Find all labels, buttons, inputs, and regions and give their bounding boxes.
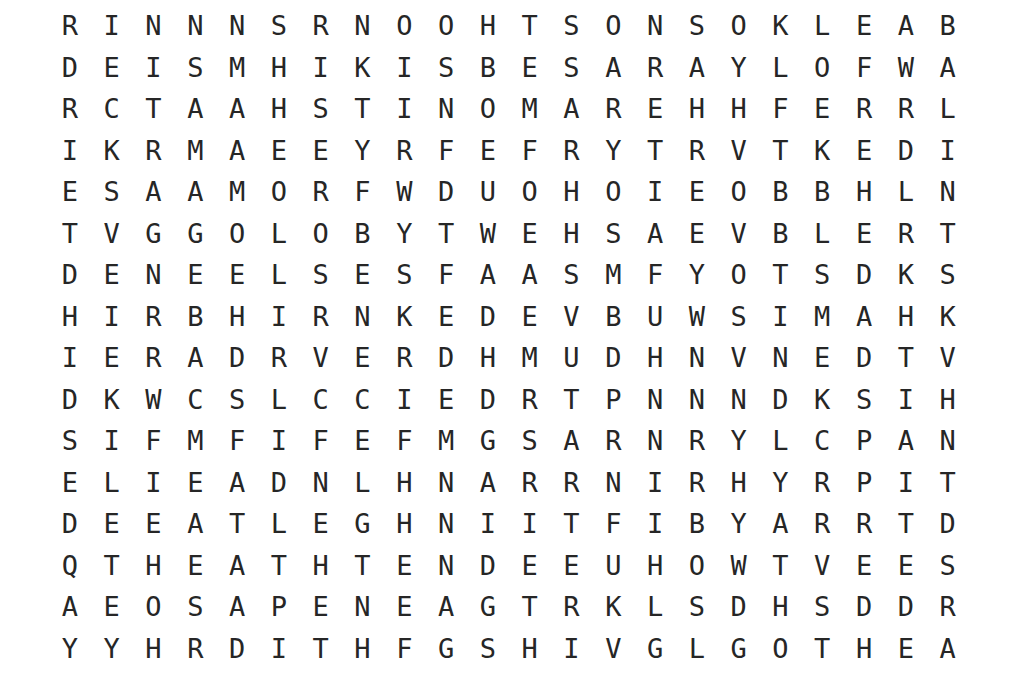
- grid-cell-r8c12[interactable]: E: [509, 296, 551, 338]
- grid-cell-r1c4[interactable]: N: [174, 5, 216, 47]
- grid-cell-r15c20[interactable]: D: [843, 586, 885, 628]
- grid-cell-r3c22[interactable]: L: [927, 88, 969, 130]
- grid-cell-r13c18[interactable]: A: [760, 503, 802, 545]
- grid-cell-r2c1[interactable]: D: [49, 47, 91, 89]
- grid-cell-r7c11[interactable]: A: [467, 254, 509, 296]
- grid-cell-r8c13[interactable]: V: [551, 296, 593, 338]
- grid-cell-r7c22[interactable]: S: [927, 254, 969, 296]
- grid-cell-r6c10[interactable]: T: [425, 213, 467, 255]
- grid-cell-r9c22[interactable]: V: [927, 337, 969, 379]
- grid-cell-r2c10[interactable]: S: [425, 47, 467, 89]
- grid-cell-r8c3[interactable]: R: [133, 296, 175, 338]
- grid-cell-r11c13[interactable]: A: [551, 420, 593, 462]
- grid-cell-r16c3[interactable]: H: [133, 628, 175, 670]
- grid-cell-r9c11[interactable]: H: [467, 337, 509, 379]
- grid-cell-r8c5[interactable]: H: [216, 296, 258, 338]
- grid-cell-r7c19[interactable]: S: [801, 254, 843, 296]
- grid-cell-r5c19[interactable]: B: [801, 171, 843, 213]
- grid-cell-r6c21[interactable]: R: [885, 213, 927, 255]
- grid-cell-r12c10[interactable]: N: [425, 462, 467, 504]
- grid-cell-r16c11[interactable]: S: [467, 628, 509, 670]
- grid-cell-r15c2[interactable]: E: [91, 586, 133, 628]
- grid-cell-r7c3[interactable]: N: [133, 254, 175, 296]
- grid-cell-r2c12[interactable]: E: [509, 47, 551, 89]
- grid-cell-r2c15[interactable]: R: [634, 47, 676, 89]
- grid-cell-r9c7[interactable]: V: [300, 337, 342, 379]
- grid-cell-r3c18[interactable]: F: [760, 88, 802, 130]
- grid-cell-r5c20[interactable]: H: [843, 171, 885, 213]
- grid-cell-r3c19[interactable]: E: [801, 88, 843, 130]
- grid-cell-r9c10[interactable]: D: [425, 337, 467, 379]
- grid-cell-r12c15[interactable]: I: [634, 462, 676, 504]
- grid-cell-r4c2[interactable]: K: [91, 130, 133, 172]
- grid-cell-r12c13[interactable]: R: [551, 462, 593, 504]
- grid-cell-r14c10[interactable]: N: [425, 545, 467, 587]
- grid-cell-r5c8[interactable]: F: [342, 171, 384, 213]
- grid-cell-r8c16[interactable]: W: [676, 296, 718, 338]
- grid-cell-r12c20[interactable]: P: [843, 462, 885, 504]
- grid-cell-r10c17[interactable]: N: [718, 379, 760, 421]
- grid-cell-r11c9[interactable]: F: [383, 420, 425, 462]
- grid-cell-r8c10[interactable]: E: [425, 296, 467, 338]
- grid-cell-r7c21[interactable]: K: [885, 254, 927, 296]
- grid-cell-r2c16[interactable]: A: [676, 47, 718, 89]
- grid-cell-r1c16[interactable]: S: [676, 5, 718, 47]
- grid-cell-r9c6[interactable]: R: [258, 337, 300, 379]
- grid-cell-r3c5[interactable]: A: [216, 88, 258, 130]
- grid-cell-r12c12[interactable]: R: [509, 462, 551, 504]
- grid-cell-r1c20[interactable]: E: [843, 5, 885, 47]
- grid-cell-r12c14[interactable]: N: [592, 462, 634, 504]
- grid-cell-r5c10[interactable]: D: [425, 171, 467, 213]
- grid-cell-r8c21[interactable]: H: [885, 296, 927, 338]
- grid-cell-r15c3[interactable]: O: [133, 586, 175, 628]
- grid-cell-r2c7[interactable]: I: [300, 47, 342, 89]
- grid-cell-r8c1[interactable]: H: [49, 296, 91, 338]
- grid-cell-r14c12[interactable]: E: [509, 545, 551, 587]
- grid-cell-r1c18[interactable]: K: [760, 5, 802, 47]
- grid-cell-r5c2[interactable]: S: [91, 171, 133, 213]
- grid-cell-r10c7[interactable]: C: [300, 379, 342, 421]
- grid-cell-r3c11[interactable]: O: [467, 88, 509, 130]
- grid-cell-r11c15[interactable]: N: [634, 420, 676, 462]
- grid-cell-r13c10[interactable]: N: [425, 503, 467, 545]
- grid-cell-r9c16[interactable]: N: [676, 337, 718, 379]
- grid-cell-r5c21[interactable]: L: [885, 171, 927, 213]
- grid-cell-r4c11[interactable]: E: [467, 130, 509, 172]
- grid-cell-r1c8[interactable]: N: [342, 5, 384, 47]
- grid-cell-r3c14[interactable]: R: [592, 88, 634, 130]
- grid-cell-r2c14[interactable]: A: [592, 47, 634, 89]
- grid-cell-r12c17[interactable]: H: [718, 462, 760, 504]
- grid-cell-r15c13[interactable]: R: [551, 586, 593, 628]
- grid-cell-r3c8[interactable]: T: [342, 88, 384, 130]
- grid-cell-r2c5[interactable]: M: [216, 47, 258, 89]
- grid-cell-r4c19[interactable]: K: [801, 130, 843, 172]
- grid-cell-r11c7[interactable]: F: [300, 420, 342, 462]
- grid-cell-r6c3[interactable]: G: [133, 213, 175, 255]
- grid-cell-r16c20[interactable]: H: [843, 628, 885, 670]
- grid-cell-r5c4[interactable]: A: [174, 171, 216, 213]
- grid-cell-r8c11[interactable]: D: [467, 296, 509, 338]
- grid-cell-r14c19[interactable]: V: [801, 545, 843, 587]
- grid-cell-r6c7[interactable]: O: [300, 213, 342, 255]
- grid-cell-r11c18[interactable]: L: [760, 420, 802, 462]
- grid-cell-r13c11[interactable]: I: [467, 503, 509, 545]
- grid-cell-r15c19[interactable]: S: [801, 586, 843, 628]
- grid-cell-r1c7[interactable]: R: [300, 5, 342, 47]
- grid-cell-r7c6[interactable]: L: [258, 254, 300, 296]
- grid-cell-r3c4[interactable]: A: [174, 88, 216, 130]
- grid-cell-r3c21[interactable]: R: [885, 88, 927, 130]
- grid-cell-r8c9[interactable]: K: [383, 296, 425, 338]
- grid-cell-r12c11[interactable]: A: [467, 462, 509, 504]
- grid-cell-r6c18[interactable]: B: [760, 213, 802, 255]
- grid-cell-r3c1[interactable]: R: [49, 88, 91, 130]
- grid-cell-r1c19[interactable]: L: [801, 5, 843, 47]
- grid-cell-r5c18[interactable]: B: [760, 171, 802, 213]
- grid-cell-r2c9[interactable]: I: [383, 47, 425, 89]
- grid-cell-r5c15[interactable]: I: [634, 171, 676, 213]
- grid-cell-r7c13[interactable]: S: [551, 254, 593, 296]
- grid-cell-r13c7[interactable]: E: [300, 503, 342, 545]
- grid-cell-r1c2[interactable]: I: [91, 5, 133, 47]
- grid-cell-r11c22[interactable]: N: [927, 420, 969, 462]
- grid-cell-r10c4[interactable]: C: [174, 379, 216, 421]
- grid-cell-r7c18[interactable]: T: [760, 254, 802, 296]
- grid-cell-r16c22[interactable]: A: [927, 628, 969, 670]
- grid-cell-r15c1[interactable]: A: [49, 586, 91, 628]
- grid-cell-r2c3[interactable]: I: [133, 47, 175, 89]
- grid-cell-r9c13[interactable]: U: [551, 337, 593, 379]
- grid-cell-r4c6[interactable]: E: [258, 130, 300, 172]
- grid-cell-r4c10[interactable]: F: [425, 130, 467, 172]
- grid-cell-r4c16[interactable]: R: [676, 130, 718, 172]
- grid-cell-r14c22[interactable]: S: [927, 545, 969, 587]
- grid-cell-r8c17[interactable]: S: [718, 296, 760, 338]
- grid-cell-r13c6[interactable]: L: [258, 503, 300, 545]
- grid-cell-r9c2[interactable]: E: [91, 337, 133, 379]
- grid-cell-r2c22[interactable]: A: [927, 47, 969, 89]
- grid-cell-r10c9[interactable]: I: [383, 379, 425, 421]
- grid-cell-r1c13[interactable]: S: [551, 5, 593, 47]
- grid-cell-r9c8[interactable]: E: [342, 337, 384, 379]
- grid-cell-r10c22[interactable]: H: [927, 379, 969, 421]
- grid-cell-r16c2[interactable]: Y: [91, 628, 133, 670]
- grid-cell-r9c5[interactable]: D: [216, 337, 258, 379]
- grid-cell-r13c3[interactable]: E: [133, 503, 175, 545]
- grid-cell-r12c5[interactable]: A: [216, 462, 258, 504]
- grid-cell-r13c12[interactable]: I: [509, 503, 551, 545]
- grid-cell-r6c8[interactable]: B: [342, 213, 384, 255]
- grid-cell-r14c1[interactable]: Q: [49, 545, 91, 587]
- grid-cell-r1c5[interactable]: N: [216, 5, 258, 47]
- grid-cell-r16c9[interactable]: F: [383, 628, 425, 670]
- grid-cell-r11c6[interactable]: I: [258, 420, 300, 462]
- grid-cell-r4c5[interactable]: A: [216, 130, 258, 172]
- grid-cell-r7c16[interactable]: Y: [676, 254, 718, 296]
- grid-cell-r9c3[interactable]: R: [133, 337, 175, 379]
- grid-cell-r16c21[interactable]: E: [885, 628, 927, 670]
- grid-cell-r5c14[interactable]: O: [592, 171, 634, 213]
- grid-cell-r16c19[interactable]: T: [801, 628, 843, 670]
- grid-cell-r6c4[interactable]: G: [174, 213, 216, 255]
- grid-cell-r8c19[interactable]: M: [801, 296, 843, 338]
- grid-cell-r5c1[interactable]: E: [49, 171, 91, 213]
- grid-cell-r5c3[interactable]: A: [133, 171, 175, 213]
- grid-cell-r13c22[interactable]: D: [927, 503, 969, 545]
- grid-cell-r10c10[interactable]: E: [425, 379, 467, 421]
- grid-cell-r10c2[interactable]: K: [91, 379, 133, 421]
- grid-cell-r7c10[interactable]: F: [425, 254, 467, 296]
- grid-cell-r7c4[interactable]: E: [174, 254, 216, 296]
- grid-cell-r11c16[interactable]: R: [676, 420, 718, 462]
- grid-cell-r10c5[interactable]: S: [216, 379, 258, 421]
- grid-cell-r13c8[interactable]: G: [342, 503, 384, 545]
- grid-cell-r2c18[interactable]: L: [760, 47, 802, 89]
- grid-cell-r11c12[interactable]: S: [509, 420, 551, 462]
- grid-cell-r14c3[interactable]: H: [133, 545, 175, 587]
- grid-cell-r11c8[interactable]: E: [342, 420, 384, 462]
- grid-cell-r5c11[interactable]: U: [467, 171, 509, 213]
- grid-cell-r15c5[interactable]: A: [216, 586, 258, 628]
- grid-cell-r12c16[interactable]: R: [676, 462, 718, 504]
- grid-cell-r2c2[interactable]: E: [91, 47, 133, 89]
- grid-cell-r15c12[interactable]: T: [509, 586, 551, 628]
- grid-cell-r14c16[interactable]: O: [676, 545, 718, 587]
- grid-cell-r1c6[interactable]: S: [258, 5, 300, 47]
- grid-cell-r16c7[interactable]: T: [300, 628, 342, 670]
- grid-cell-r8c22[interactable]: K: [927, 296, 969, 338]
- grid-cell-r9c19[interactable]: E: [801, 337, 843, 379]
- grid-cell-r9c14[interactable]: D: [592, 337, 634, 379]
- grid-cell-r1c3[interactable]: N: [133, 5, 175, 47]
- grid-cell-r16c4[interactable]: R: [174, 628, 216, 670]
- grid-cell-r5c22[interactable]: N: [927, 171, 969, 213]
- grid-cell-r2c8[interactable]: K: [342, 47, 384, 89]
- grid-cell-r10c14[interactable]: P: [592, 379, 634, 421]
- grid-cell-r3c7[interactable]: S: [300, 88, 342, 130]
- grid-cell-r12c1[interactable]: E: [49, 462, 91, 504]
- grid-cell-r12c4[interactable]: E: [174, 462, 216, 504]
- grid-cell-r15c10[interactable]: A: [425, 586, 467, 628]
- grid-cell-r16c10[interactable]: G: [425, 628, 467, 670]
- grid-cell-r1c1[interactable]: R: [49, 5, 91, 47]
- grid-cell-r15c9[interactable]: E: [383, 586, 425, 628]
- grid-cell-r4c21[interactable]: D: [885, 130, 927, 172]
- grid-cell-r10c16[interactable]: N: [676, 379, 718, 421]
- grid-cell-r4c15[interactable]: T: [634, 130, 676, 172]
- grid-cell-r6c14[interactable]: S: [592, 213, 634, 255]
- grid-cell-r2c19[interactable]: O: [801, 47, 843, 89]
- grid-cell-r11c1[interactable]: S: [49, 420, 91, 462]
- grid-cell-r6c20[interactable]: E: [843, 213, 885, 255]
- grid-cell-r5c12[interactable]: O: [509, 171, 551, 213]
- grid-cell-r2c17[interactable]: Y: [718, 47, 760, 89]
- grid-cell-r14c8[interactable]: T: [342, 545, 384, 587]
- grid-cell-r1c14[interactable]: O: [592, 5, 634, 47]
- grid-cell-r8c18[interactable]: I: [760, 296, 802, 338]
- grid-cell-r8c4[interactable]: B: [174, 296, 216, 338]
- grid-cell-r9c17[interactable]: V: [718, 337, 760, 379]
- grid-cell-r6c11[interactable]: W: [467, 213, 509, 255]
- grid-cell-r3c9[interactable]: I: [383, 88, 425, 130]
- grid-cell-r3c3[interactable]: T: [133, 88, 175, 130]
- grid-cell-r12c8[interactable]: L: [342, 462, 384, 504]
- grid-cell-r7c15[interactable]: F: [634, 254, 676, 296]
- grid-cell-r4c22[interactable]: I: [927, 130, 969, 172]
- grid-cell-r11c11[interactable]: G: [467, 420, 509, 462]
- grid-cell-r16c6[interactable]: I: [258, 628, 300, 670]
- grid-cell-r16c8[interactable]: H: [342, 628, 384, 670]
- grid-cell-r11c4[interactable]: M: [174, 420, 216, 462]
- grid-cell-r7c8[interactable]: E: [342, 254, 384, 296]
- grid-cell-r4c20[interactable]: E: [843, 130, 885, 172]
- grid-cell-r6c1[interactable]: T: [49, 213, 91, 255]
- grid-cell-r9c15[interactable]: H: [634, 337, 676, 379]
- grid-cell-r6c22[interactable]: T: [927, 213, 969, 255]
- grid-cell-r4c17[interactable]: V: [718, 130, 760, 172]
- grid-cell-r9c21[interactable]: T: [885, 337, 927, 379]
- grid-cell-r3c6[interactable]: H: [258, 88, 300, 130]
- grid-cell-r15c15[interactable]: L: [634, 586, 676, 628]
- grid-cell-r13c15[interactable]: I: [634, 503, 676, 545]
- grid-cell-r2c21[interactable]: W: [885, 47, 927, 89]
- grid-cell-r4c1[interactable]: I: [49, 130, 91, 172]
- grid-cell-r12c2[interactable]: L: [91, 462, 133, 504]
- grid-cell-r2c11[interactable]: B: [467, 47, 509, 89]
- grid-cell-r10c13[interactable]: T: [551, 379, 593, 421]
- grid-cell-r14c9[interactable]: E: [383, 545, 425, 587]
- grid-cell-r8c15[interactable]: U: [634, 296, 676, 338]
- grid-cell-r10c11[interactable]: D: [467, 379, 509, 421]
- grid-cell-r7c17[interactable]: O: [718, 254, 760, 296]
- grid-cell-r3c17[interactable]: H: [718, 88, 760, 130]
- grid-cell-r4c14[interactable]: Y: [592, 130, 634, 172]
- grid-cell-r6c12[interactable]: E: [509, 213, 551, 255]
- grid-cell-r15c21[interactable]: D: [885, 586, 927, 628]
- grid-cell-r4c7[interactable]: E: [300, 130, 342, 172]
- grid-cell-r1c9[interactable]: O: [383, 5, 425, 47]
- grid-cell-r15c7[interactable]: E: [300, 586, 342, 628]
- grid-cell-r3c20[interactable]: R: [843, 88, 885, 130]
- grid-cell-r11c10[interactable]: M: [425, 420, 467, 462]
- grid-cell-r15c22[interactable]: R: [927, 586, 969, 628]
- grid-cell-r5c17[interactable]: O: [718, 171, 760, 213]
- grid-cell-r11c2[interactable]: I: [91, 420, 133, 462]
- grid-cell-r1c11[interactable]: H: [467, 5, 509, 47]
- grid-cell-r13c16[interactable]: B: [676, 503, 718, 545]
- grid-cell-r8c8[interactable]: N: [342, 296, 384, 338]
- grid-cell-r3c12[interactable]: M: [509, 88, 551, 130]
- grid-cell-r14c14[interactable]: U: [592, 545, 634, 587]
- grid-cell-r15c4[interactable]: S: [174, 586, 216, 628]
- grid-cell-r16c16[interactable]: L: [676, 628, 718, 670]
- grid-cell-r6c6[interactable]: L: [258, 213, 300, 255]
- grid-cell-r13c9[interactable]: H: [383, 503, 425, 545]
- grid-cell-r4c12[interactable]: F: [509, 130, 551, 172]
- grid-cell-r1c12[interactable]: T: [509, 5, 551, 47]
- grid-cell-r9c18[interactable]: N: [760, 337, 802, 379]
- grid-cell-r14c18[interactable]: T: [760, 545, 802, 587]
- grid-cell-r7c20[interactable]: D: [843, 254, 885, 296]
- grid-cell-r16c18[interactable]: O: [760, 628, 802, 670]
- grid-cell-r1c10[interactable]: O: [425, 5, 467, 47]
- grid-cell-r3c15[interactable]: E: [634, 88, 676, 130]
- grid-cell-r14c11[interactable]: D: [467, 545, 509, 587]
- grid-cell-r13c2[interactable]: E: [91, 503, 133, 545]
- grid-cell-r14c5[interactable]: A: [216, 545, 258, 587]
- grid-cell-r7c7[interactable]: S: [300, 254, 342, 296]
- grid-cell-r13c19[interactable]: R: [801, 503, 843, 545]
- grid-cell-r12c18[interactable]: Y: [760, 462, 802, 504]
- grid-cell-r3c13[interactable]: A: [551, 88, 593, 130]
- grid-cell-r7c14[interactable]: M: [592, 254, 634, 296]
- grid-cell-r5c13[interactable]: H: [551, 171, 593, 213]
- grid-cell-r11c17[interactable]: Y: [718, 420, 760, 462]
- grid-cell-r9c12[interactable]: M: [509, 337, 551, 379]
- grid-cell-r12c6[interactable]: D: [258, 462, 300, 504]
- grid-cell-r15c11[interactable]: G: [467, 586, 509, 628]
- grid-cell-r7c9[interactable]: S: [383, 254, 425, 296]
- grid-cell-r4c8[interactable]: Y: [342, 130, 384, 172]
- grid-cell-r10c6[interactable]: L: [258, 379, 300, 421]
- grid-cell-r2c13[interactable]: S: [551, 47, 593, 89]
- grid-cell-r5c7[interactable]: R: [300, 171, 342, 213]
- grid-cell-r10c20[interactable]: S: [843, 379, 885, 421]
- grid-cell-r16c15[interactable]: G: [634, 628, 676, 670]
- grid-cell-r10c1[interactable]: D: [49, 379, 91, 421]
- grid-cell-r4c4[interactable]: M: [174, 130, 216, 172]
- grid-cell-r11c5[interactable]: F: [216, 420, 258, 462]
- grid-cell-r1c15[interactable]: N: [634, 5, 676, 47]
- grid-cell-r4c13[interactable]: R: [551, 130, 593, 172]
- grid-cell-r6c17[interactable]: V: [718, 213, 760, 255]
- grid-cell-r13c21[interactable]: T: [885, 503, 927, 545]
- grid-cell-r16c12[interactable]: H: [509, 628, 551, 670]
- grid-cell-r14c15[interactable]: H: [634, 545, 676, 587]
- grid-cell-r3c2[interactable]: C: [91, 88, 133, 130]
- grid-cell-r9c4[interactable]: A: [174, 337, 216, 379]
- grid-cell-r5c5[interactable]: M: [216, 171, 258, 213]
- grid-cell-r16c17[interactable]: G: [718, 628, 760, 670]
- grid-cell-r6c2[interactable]: V: [91, 213, 133, 255]
- grid-cell-r8c14[interactable]: B: [592, 296, 634, 338]
- grid-cell-r12c19[interactable]: R: [801, 462, 843, 504]
- grid-cell-r9c1[interactable]: I: [49, 337, 91, 379]
- grid-cell-r9c9[interactable]: R: [383, 337, 425, 379]
- grid-cell-r2c4[interactable]: S: [174, 47, 216, 89]
- grid-cell-r16c14[interactable]: V: [592, 628, 634, 670]
- grid-cell-r6c5[interactable]: O: [216, 213, 258, 255]
- grid-cell-r7c2[interactable]: E: [91, 254, 133, 296]
- grid-cell-r14c7[interactable]: H: [300, 545, 342, 587]
- grid-cell-r8c6[interactable]: I: [258, 296, 300, 338]
- grid-cell-r9c20[interactable]: D: [843, 337, 885, 379]
- grid-cell-r11c20[interactable]: P: [843, 420, 885, 462]
- grid-cell-r14c13[interactable]: E: [551, 545, 593, 587]
- grid-cell-r12c22[interactable]: T: [927, 462, 969, 504]
- grid-cell-r11c19[interactable]: C: [801, 420, 843, 462]
- grid-cell-r16c1[interactable]: Y: [49, 628, 91, 670]
- grid-cell-r8c20[interactable]: A: [843, 296, 885, 338]
- grid-cell-r5c16[interactable]: E: [676, 171, 718, 213]
- grid-cell-r6c15[interactable]: A: [634, 213, 676, 255]
- grid-cell-r14c17[interactable]: W: [718, 545, 760, 587]
- grid-cell-r4c18[interactable]: T: [760, 130, 802, 172]
- grid-cell-r11c21[interactable]: A: [885, 420, 927, 462]
- grid-cell-r10c21[interactable]: I: [885, 379, 927, 421]
